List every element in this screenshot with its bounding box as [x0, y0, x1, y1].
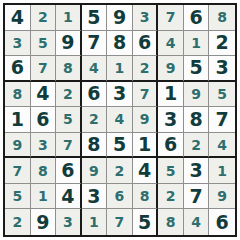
cell-r1c7[interactable]: 7 [158, 5, 184, 31]
cell-r3c6[interactable]: 2 [133, 56, 159, 82]
cell-r3c1[interactable]: 6 [5, 56, 31, 82]
cell-r9c5[interactable]: 7 [107, 209, 133, 235]
cell-r4c9[interactable]: 5 [209, 82, 235, 108]
cell-r9c2[interactable]: 9 [31, 209, 57, 235]
cell-r9c1[interactable]: 2 [5, 209, 31, 235]
cell-r8c9[interactable]: 9 [209, 184, 235, 210]
cell-r8c8[interactable]: 7 [184, 184, 210, 210]
cell-r1c6[interactable]: 3 [133, 5, 159, 31]
cell-r5c4[interactable]: 2 [82, 107, 108, 133]
cell-r5c6[interactable]: 9 [133, 107, 159, 133]
cell-r5c8[interactable]: 8 [184, 107, 210, 133]
cell-r7c8[interactable]: 3 [184, 158, 210, 184]
cell-r9c4[interactable]: 1 [82, 209, 108, 235]
cell-r7c6[interactable]: 4 [133, 158, 159, 184]
cell-r3c4[interactable]: 4 [82, 56, 108, 82]
cell-r2c8[interactable]: 1 [184, 31, 210, 57]
cell-r6c2[interactable]: 3 [31, 133, 57, 159]
cell-r8c1[interactable]: 5 [5, 184, 31, 210]
cell-r3c8[interactable]: 5 [184, 56, 210, 82]
cell-r6c4[interactable]: 8 [82, 133, 108, 159]
cell-r8c7[interactable]: 2 [158, 184, 184, 210]
cell-r3c7[interactable]: 9 [158, 56, 184, 82]
cell-r2c6[interactable]: 6 [133, 31, 159, 57]
cell-r8c5[interactable]: 6 [107, 184, 133, 210]
cell-r7c3[interactable]: 6 [56, 158, 82, 184]
cell-r7c5[interactable]: 2 [107, 158, 133, 184]
cell-r2c3[interactable]: 9 [56, 31, 82, 57]
cell-r5c5[interactable]: 4 [107, 107, 133, 133]
cell-r8c6[interactable]: 8 [133, 184, 159, 210]
cell-r6c5[interactable]: 5 [107, 133, 133, 159]
cell-r4c2[interactable]: 4 [31, 82, 57, 108]
cell-r2c1[interactable]: 3 [5, 31, 31, 57]
cell-r5c9[interactable]: 7 [209, 107, 235, 133]
cell-r5c3[interactable]: 5 [56, 107, 82, 133]
cell-r3c2[interactable]: 7 [31, 56, 57, 82]
cell-r1c2[interactable]: 2 [31, 5, 57, 31]
cell-r4c7[interactable]: 1 [158, 82, 184, 108]
cell-r6c6[interactable]: 1 [133, 133, 159, 159]
cell-r9c7[interactable]: 8 [158, 209, 184, 235]
cell-r2c9[interactable]: 2 [209, 31, 235, 57]
cell-r7c2[interactable]: 8 [31, 158, 57, 184]
cell-r6c8[interactable]: 2 [184, 133, 210, 159]
cell-r3c3[interactable]: 8 [56, 56, 82, 82]
cell-r9c9[interactable]: 6 [209, 209, 235, 235]
cell-r4c4[interactable]: 6 [82, 82, 108, 108]
cell-r4c5[interactable]: 3 [107, 82, 133, 108]
cell-r1c8[interactable]: 6 [184, 5, 210, 31]
cell-r6c7[interactable]: 6 [158, 133, 184, 159]
cell-r1c1[interactable]: 4 [5, 5, 31, 31]
cell-r4c8[interactable]: 9 [184, 82, 210, 108]
cell-r7c4[interactable]: 9 [82, 158, 108, 184]
cell-r8c2[interactable]: 1 [31, 184, 57, 210]
cell-r7c9[interactable]: 1 [209, 158, 235, 184]
cell-r7c1[interactable]: 7 [5, 158, 31, 184]
cell-r9c6[interactable]: 5 [133, 209, 159, 235]
cell-r5c7[interactable]: 3 [158, 107, 184, 133]
cell-r1c3[interactable]: 1 [56, 5, 82, 31]
cell-r3c9[interactable]: 3 [209, 56, 235, 82]
cell-r3c5[interactable]: 1 [107, 56, 133, 82]
cell-r9c3[interactable]: 3 [56, 209, 82, 235]
cell-r2c4[interactable]: 7 [82, 31, 108, 57]
cell-r1c5[interactable]: 9 [107, 5, 133, 31]
cell-r2c7[interactable]: 4 [158, 31, 184, 57]
cell-r2c5[interactable]: 8 [107, 31, 133, 57]
cell-r4c6[interactable]: 7 [133, 82, 159, 108]
cell-r7c7[interactable]: 5 [158, 158, 184, 184]
cell-r5c2[interactable]: 6 [31, 107, 57, 133]
cell-r5c1[interactable]: 1 [5, 107, 31, 133]
cell-r1c4[interactable]: 5 [82, 5, 108, 31]
cell-r9c8[interactable]: 4 [184, 209, 210, 235]
sudoku-board: 4215937683597864126784129538426371951652… [3, 3, 237, 237]
cell-r2c2[interactable]: 5 [31, 31, 57, 57]
cell-r4c3[interactable]: 2 [56, 82, 82, 108]
cell-r6c3[interactable]: 7 [56, 133, 82, 159]
cell-r6c9[interactable]: 4 [209, 133, 235, 159]
cell-r6c1[interactable]: 9 [5, 133, 31, 159]
cell-r4c1[interactable]: 8 [5, 82, 31, 108]
cell-r8c3[interactable]: 4 [56, 184, 82, 210]
cell-r1c9[interactable]: 8 [209, 5, 235, 31]
cell-r8c4[interactable]: 3 [82, 184, 108, 210]
